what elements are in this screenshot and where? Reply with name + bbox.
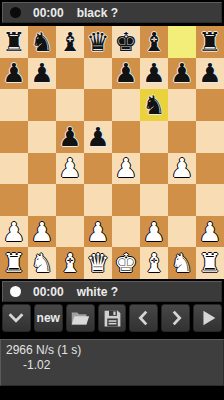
square-g1[interactable]: ♞: [168, 247, 196, 279]
chevron-down-icon: [5, 307, 27, 329]
piece-white-bishop[interactable]: ♝: [142, 250, 165, 276]
square-b2[interactable]: ♟: [28, 216, 56, 248]
square-e5[interactable]: [112, 121, 140, 153]
folder-open-icon: [69, 307, 91, 329]
square-g2[interactable]: [168, 216, 196, 248]
piece-white-bishop[interactable]: ♝: [58, 250, 81, 276]
square-h1[interactable]: ♜: [196, 247, 224, 279]
square-c4[interactable]: ♟: [56, 153, 84, 185]
square-f5[interactable]: [140, 121, 168, 153]
square-a2[interactable]: ♟: [0, 216, 28, 248]
square-b4[interactable]: [28, 153, 56, 185]
square-d4[interactable]: [84, 153, 112, 185]
square-h3[interactable]: [196, 184, 224, 216]
square-f3[interactable]: [140, 184, 168, 216]
open-button[interactable]: [66, 304, 95, 332]
square-c1[interactable]: ♝: [56, 247, 84, 279]
square-a8[interactable]: ♜: [0, 26, 28, 58]
piece-white-king[interactable]: ♚: [114, 250, 137, 276]
square-f1[interactable]: ♝: [140, 247, 168, 279]
square-c6[interactable]: [56, 89, 84, 121]
square-d7[interactable]: [84, 58, 112, 90]
engine-score-text: -1.02: [6, 358, 218, 372]
white-player-label: white ?: [77, 285, 118, 299]
piece-black-pawn[interactable]: ♟: [2, 60, 25, 86]
square-h6[interactable]: [196, 89, 224, 121]
square-g3[interactable]: [168, 184, 196, 216]
square-d3[interactable]: [84, 184, 112, 216]
square-d2[interactable]: ♟: [84, 216, 112, 248]
piece-black-pawn[interactable]: ♟: [114, 60, 137, 86]
forward-button[interactable]: [161, 304, 190, 332]
square-e2[interactable]: [112, 216, 140, 248]
piece-white-rook[interactable]: ♜: [2, 250, 25, 276]
square-a4[interactable]: [0, 153, 28, 185]
piece-black-rook[interactable]: ♜: [2, 29, 25, 55]
square-a6[interactable]: [0, 89, 28, 121]
expand-button[interactable]: [2, 304, 31, 332]
piece-black-pawn[interactable]: ♟: [142, 60, 165, 86]
square-b1[interactable]: ♞: [28, 247, 56, 279]
square-e1[interactable]: ♚: [112, 247, 140, 279]
square-f7[interactable]: ♟: [140, 58, 168, 90]
black-player-label: black ?: [77, 6, 118, 20]
square-h2[interactable]: ♟: [196, 216, 224, 248]
piece-black-knight[interactable]: ♞: [30, 29, 53, 55]
square-a7[interactable]: ♟: [0, 58, 28, 90]
square-e3[interactable]: [112, 184, 140, 216]
white-player-disc: [10, 286, 21, 297]
piece-white-knight[interactable]: ♞: [30, 250, 53, 276]
square-e7[interactable]: ♟: [112, 58, 140, 90]
chevron-left-icon: [133, 307, 155, 329]
square-a5[interactable]: [0, 121, 28, 153]
piece-black-pawn[interactable]: ♟: [170, 60, 193, 86]
square-g6[interactable]: [168, 89, 196, 121]
square-d6[interactable]: [84, 89, 112, 121]
square-e8[interactable]: ♚: [112, 26, 140, 58]
piece-black-queen[interactable]: ♛: [86, 29, 109, 55]
piece-white-rook[interactable]: ♜: [198, 250, 221, 276]
square-f4[interactable]: [140, 153, 168, 185]
piece-white-pawn[interactable]: ♟: [170, 155, 193, 181]
square-h8[interactable]: ♜: [196, 26, 224, 58]
piece-white-pawn[interactable]: ♟: [142, 219, 165, 245]
new-game-button[interactable]: new: [34, 304, 63, 332]
chess-board[interactable]: ♜♞♝♛♚♝♜♟♟♟♟♟♟♞♟♟♟♟♟♟♟♟♟♟♜♞♝♛♚♝♞♜: [0, 26, 224, 279]
black-clock-time: 00:00: [33, 6, 64, 20]
piece-black-rook[interactable]: ♜: [198, 29, 221, 55]
play-button[interactable]: [193, 304, 222, 332]
square-c5[interactable]: ♟: [56, 121, 84, 153]
piece-white-pawn[interactable]: ♟: [30, 219, 53, 245]
square-f6[interactable]: ♞: [140, 89, 168, 121]
square-h7[interactable]: ♟: [196, 58, 224, 90]
piece-black-pawn[interactable]: ♟: [58, 124, 81, 150]
square-b6[interactable]: [28, 89, 56, 121]
square-c7[interactable]: [56, 58, 84, 90]
square-g7[interactable]: ♟: [168, 58, 196, 90]
piece-black-pawn[interactable]: ♟: [30, 60, 53, 86]
square-d8[interactable]: ♛: [84, 26, 112, 58]
play-icon: [197, 307, 219, 329]
piece-black-knight[interactable]: ♞: [142, 92, 165, 118]
square-b5[interactable]: [28, 121, 56, 153]
square-g8[interactable]: [168, 26, 196, 58]
piece-black-bishop[interactable]: ♝: [58, 29, 81, 55]
engine-nps-text: 2966 N/s (1 s): [6, 343, 218, 357]
toolbar: new: [0, 303, 224, 333]
white-clock-time: 00:00: [33, 285, 64, 299]
save-button[interactable]: [98, 304, 127, 332]
black-clock-bar: 00:00 black ?: [2, 2, 222, 23]
piece-black-pawn[interactable]: ♟: [198, 60, 221, 86]
piece-black-pawn[interactable]: ♟: [86, 124, 109, 150]
square-g4[interactable]: ♟: [168, 153, 196, 185]
square-b3[interactable]: [28, 184, 56, 216]
white-clock-bar: 00:00 white ?: [2, 281, 222, 302]
square-a3[interactable]: [0, 184, 28, 216]
square-b8[interactable]: ♞: [28, 26, 56, 58]
piece-white-knight[interactable]: ♞: [170, 250, 193, 276]
piece-white-queen[interactable]: ♛: [86, 250, 109, 276]
piece-white-pawn[interactable]: ♟: [114, 155, 137, 181]
square-f2[interactable]: ♟: [140, 216, 168, 248]
square-c2[interactable]: [56, 216, 84, 248]
new-game-label: new: [37, 311, 60, 325]
piece-white-pawn[interactable]: ♟: [2, 219, 25, 245]
save-icon: [102, 308, 123, 329]
piece-white-pawn[interactable]: ♟: [58, 155, 81, 181]
square-a1[interactable]: ♜: [0, 247, 28, 279]
square-c3[interactable]: [56, 184, 84, 216]
square-h5[interactable]: [196, 121, 224, 153]
chess-app-screen: 00:00 black ? ♜♞♝♛♚♝♜♟♟♟♟♟♟♞♟♟♟♟♟♟♟♟♟♟♜♞…: [0, 0, 224, 400]
engine-output-panel: 2966 N/s (1 s) -1.02: [0, 339, 224, 386]
piece-black-bishop[interactable]: ♝: [142, 29, 165, 55]
piece-black-king[interactable]: ♚: [114, 29, 137, 55]
square-g5[interactable]: [168, 121, 196, 153]
square-e4[interactable]: ♟: [112, 153, 140, 185]
black-player-disc: [10, 7, 21, 18]
piece-white-pawn[interactable]: ♟: [198, 219, 221, 245]
square-b7[interactable]: ♟: [28, 58, 56, 90]
square-d1[interactable]: ♛: [84, 247, 112, 279]
chevron-right-icon: [165, 307, 187, 329]
square-f8[interactable]: ♝: [140, 26, 168, 58]
square-d5[interactable]: ♟: [84, 121, 112, 153]
square-h4[interactable]: [196, 153, 224, 185]
back-button[interactable]: [129, 304, 158, 332]
square-e6[interactable]: [112, 89, 140, 121]
piece-white-pawn[interactable]: ♟: [86, 219, 109, 245]
square-c8[interactable]: ♝: [56, 26, 84, 58]
